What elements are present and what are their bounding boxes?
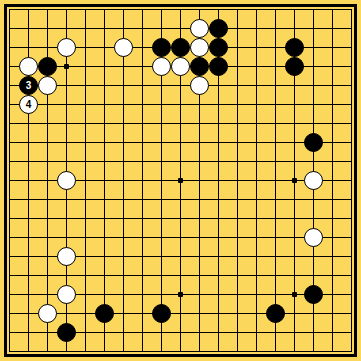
stone-white[interactable] <box>57 171 76 190</box>
stone-white[interactable] <box>38 304 57 323</box>
stone-black[interactable] <box>209 38 228 57</box>
stone-black[interactable] <box>152 38 171 57</box>
stone-black[interactable] <box>171 38 190 57</box>
stone-white[interactable] <box>171 57 190 76</box>
move-number-label: 4 <box>26 100 32 110</box>
stone-black[interactable] <box>304 133 323 152</box>
stone-white[interactable] <box>57 38 76 57</box>
stone-white[interactable] <box>57 285 76 304</box>
stone-black[interactable]: 3 <box>19 76 38 95</box>
stone-white[interactable]: 4 <box>19 95 38 114</box>
stone-white[interactable] <box>152 57 171 76</box>
stone-black[interactable] <box>152 304 171 323</box>
stone-white[interactable] <box>190 19 209 38</box>
stone-white[interactable] <box>304 171 323 190</box>
stone-black[interactable] <box>209 19 228 38</box>
stone-black[interactable] <box>285 38 304 57</box>
stone-black[interactable] <box>304 285 323 304</box>
stone-white[interactable] <box>190 76 209 95</box>
stone-black[interactable] <box>266 304 285 323</box>
stone-black[interactable] <box>95 304 114 323</box>
stone-black[interactable] <box>285 57 304 76</box>
stone-white[interactable] <box>57 247 76 266</box>
stone-black[interactable] <box>190 57 209 76</box>
stone-white[interactable] <box>304 228 323 247</box>
move-number-label: 3 <box>26 81 32 91</box>
stone-white[interactable] <box>190 38 209 57</box>
stone-white[interactable] <box>38 76 57 95</box>
stone-black[interactable] <box>209 57 228 76</box>
stone-black[interactable] <box>38 57 57 76</box>
stone-black[interactable] <box>57 323 76 342</box>
stones-layer: 34 <box>0 0 361 361</box>
stone-white[interactable] <box>114 38 133 57</box>
stone-white[interactable] <box>19 57 38 76</box>
go-board[interactable]: 34 <box>0 0 361 361</box>
